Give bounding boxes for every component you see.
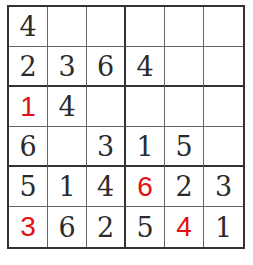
cell-r5c3[interactable]: 4 — [87, 167, 126, 207]
cell-r1c6[interactable] — [204, 7, 243, 47]
cell-r2c4[interactable]: 4 — [126, 47, 165, 87]
cell-r3c5[interactable] — [165, 87, 204, 127]
cell-r2c5[interactable] — [165, 47, 204, 87]
cell-r1c5[interactable] — [165, 7, 204, 47]
cell-r1c1[interactable]: 4 — [9, 7, 48, 47]
cell-r5c5[interactable]: 2 — [165, 167, 204, 207]
cell-r1c3[interactable] — [87, 7, 126, 47]
cell-r4c2[interactable] — [48, 127, 87, 167]
cell-r4c6[interactable] — [204, 127, 243, 167]
cell-r4c3[interactable]: 3 — [87, 127, 126, 167]
cell-r3c2[interactable]: 4 — [48, 87, 87, 127]
cell-r3c6[interactable] — [204, 87, 243, 127]
cell-r3c1[interactable]: 1 — [9, 87, 48, 127]
cell-r1c4[interactable] — [126, 7, 165, 47]
cell-r6c5[interactable]: 4 — [165, 207, 204, 247]
cell-r6c2[interactable]: 6 — [48, 207, 87, 247]
cell-r6c3[interactable]: 2 — [87, 207, 126, 247]
cell-r6c1[interactable]: 3 — [9, 207, 48, 247]
cell-r5c2[interactable]: 1 — [48, 167, 87, 207]
cell-r2c3[interactable]: 6 — [87, 47, 126, 87]
cell-r5c4[interactable]: 6 — [126, 167, 165, 207]
cell-r4c5[interactable]: 5 — [165, 127, 204, 167]
cell-r6c4[interactable]: 5 — [126, 207, 165, 247]
cell-r1c2[interactable] — [48, 7, 87, 47]
cell-r4c1[interactable]: 6 — [9, 127, 48, 167]
cell-r5c1[interactable]: 5 — [9, 167, 48, 207]
cell-r2c1[interactable]: 2 — [9, 47, 48, 87]
cell-r5c6[interactable]: 3 — [204, 167, 243, 207]
cell-r3c4[interactable] — [126, 87, 165, 127]
sudoku-board: 42364146315514623362541 — [7, 5, 245, 249]
cell-r2c6[interactable] — [204, 47, 243, 87]
cell-r4c4[interactable]: 1 — [126, 127, 165, 167]
cell-r6c6[interactable]: 1 — [204, 207, 243, 247]
cell-r3c3[interactable] — [87, 87, 126, 127]
cell-r2c2[interactable]: 3 — [48, 47, 87, 87]
